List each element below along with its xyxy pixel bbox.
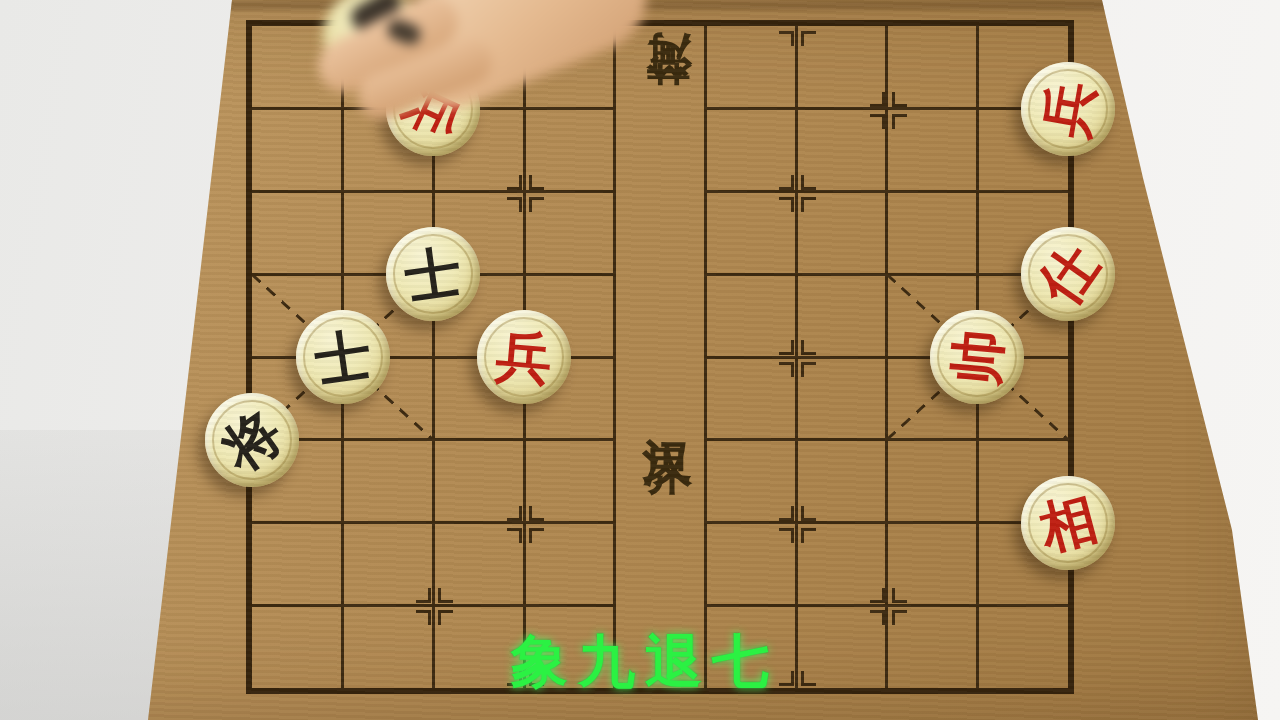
piece-black-advisor-2[interactable]: 士 bbox=[296, 310, 390, 404]
piece-red-soldier-1[interactable]: 兵 bbox=[386, 62, 480, 156]
scene: 楚河 汉界 兵士士将兵兵仕帅相 象九退七 bbox=[0, 0, 1280, 720]
piece-glyph: 将 bbox=[213, 401, 291, 479]
piece-red-elephant[interactable]: 相 bbox=[1021, 476, 1115, 570]
river-label-chuhe: 楚河 bbox=[637, 104, 699, 124]
piece-glyph: 兵 bbox=[494, 327, 555, 388]
piece-red-soldier-3[interactable]: 兵 bbox=[1021, 62, 1115, 156]
piece-glyph: 兵 bbox=[396, 72, 470, 146]
piece-red-general[interactable]: 帅 bbox=[930, 310, 1024, 404]
piece-glyph: 兵 bbox=[1036, 76, 1101, 141]
piece-glyph: 士 bbox=[402, 243, 465, 306]
piece-red-advisor[interactable]: 仕 bbox=[1021, 227, 1115, 321]
piece-glyph: 相 bbox=[1034, 488, 1103, 557]
piece-red-soldier-2[interactable]: 兵 bbox=[477, 310, 571, 404]
board-frame bbox=[246, 20, 1074, 694]
piece-black-advisor-1[interactable]: 士 bbox=[386, 227, 480, 321]
piece-glyph: 帅 bbox=[947, 327, 1008, 388]
move-caption: 象九退七 bbox=[495, 624, 795, 701]
piece-glyph: 仕 bbox=[1029, 235, 1107, 313]
piece-glyph: 士 bbox=[311, 325, 374, 388]
piece-black-general[interactable]: 将 bbox=[205, 393, 299, 487]
river-label-hanjie: 汉界 bbox=[635, 398, 702, 418]
